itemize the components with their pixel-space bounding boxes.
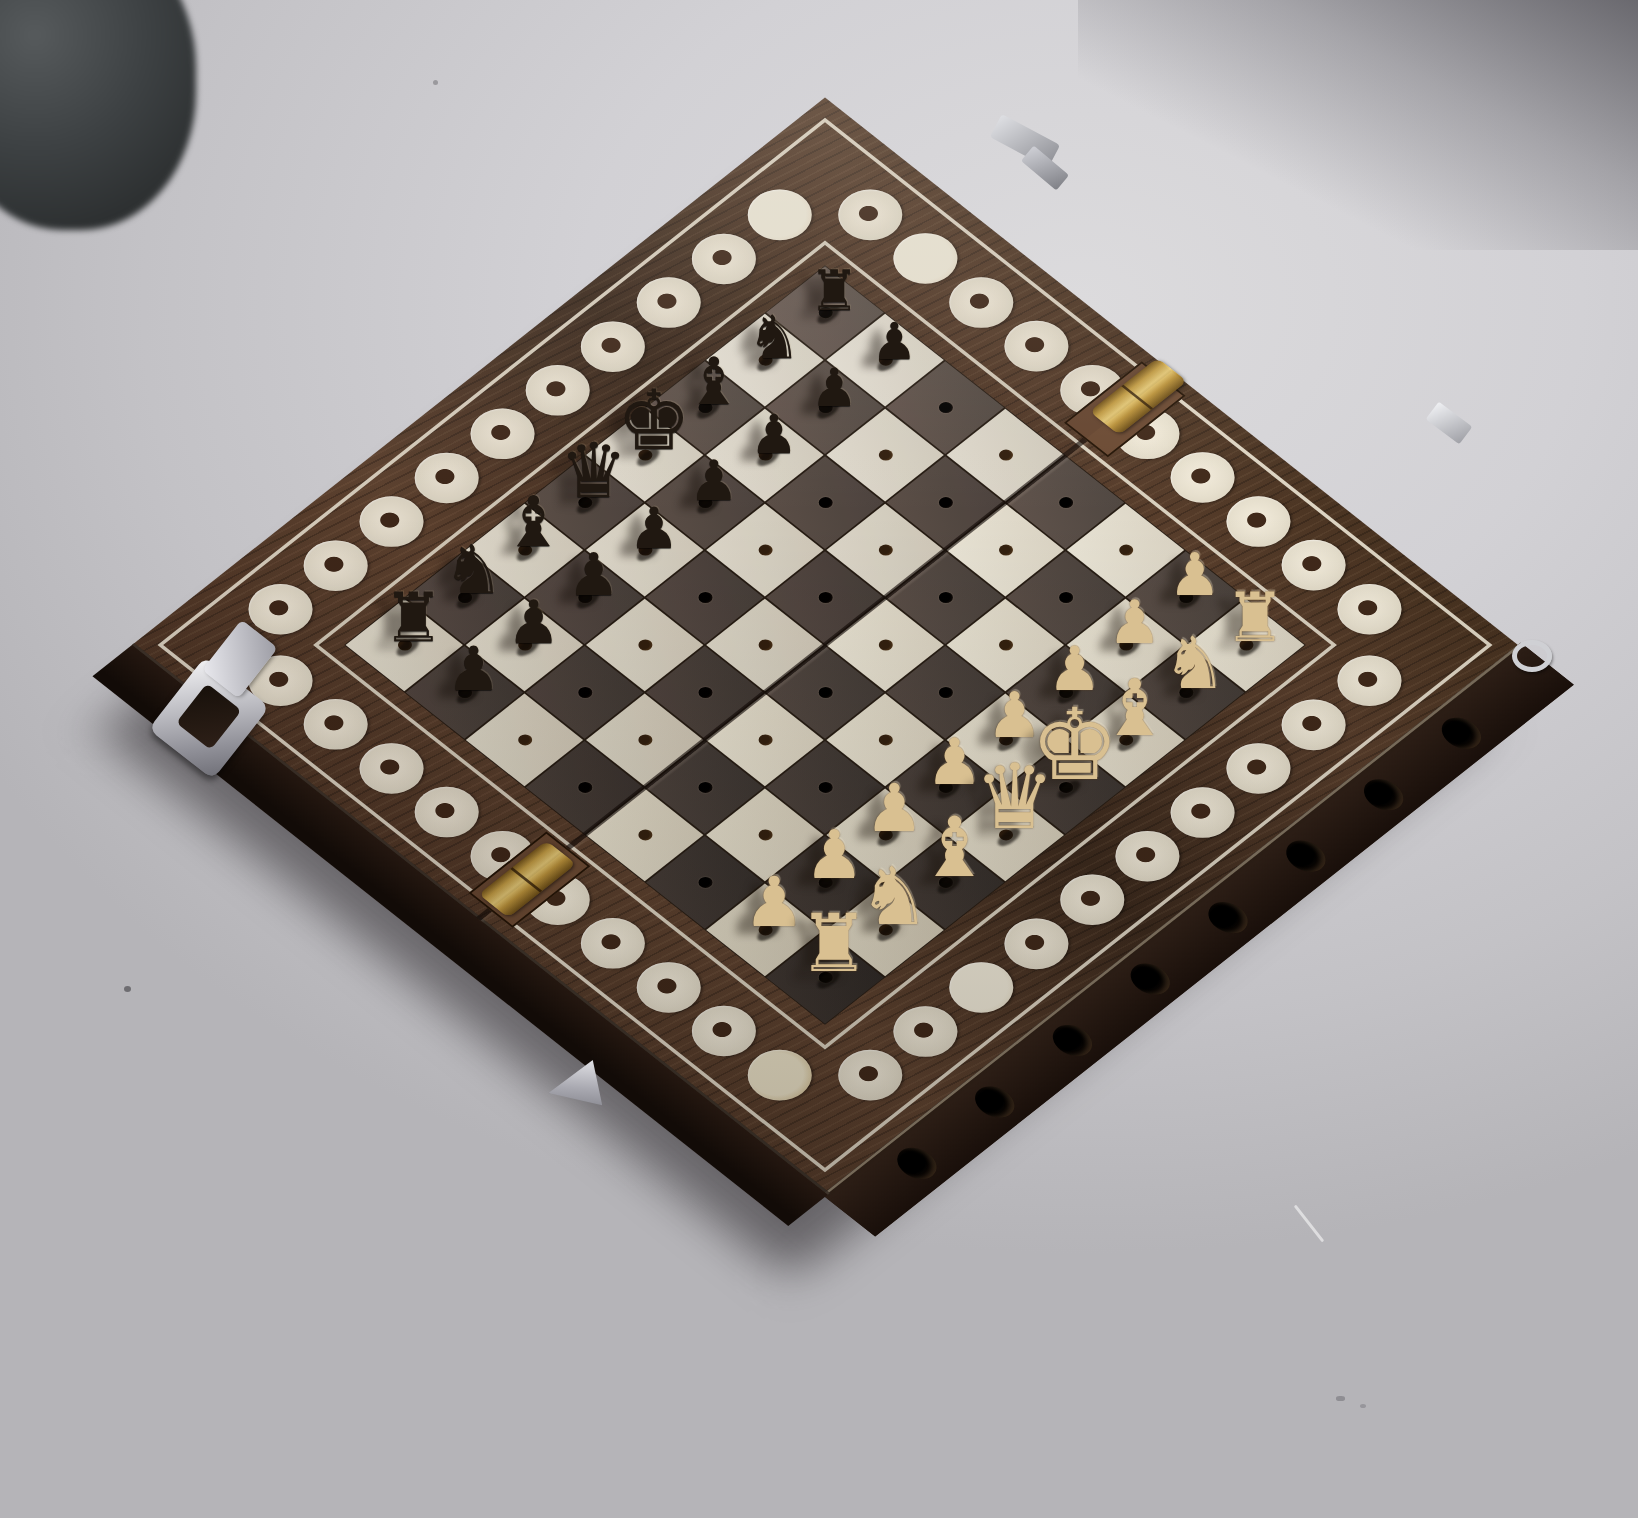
peg-hole — [995, 542, 1015, 558]
photo-scene: ♜♞♝♛♚♝♞♜♟♟♟♟♟♟♟♟♟♟♟♟♟♟♟♟♜♞♝♛♚♝♞♜ — [0, 0, 1638, 1518]
chessboard-box: ♜♞♝♛♚♝♞♜♟♟♟♟♟♟♟♟♟♟♟♟♟♟♟♟♜♞♝♛♚♝♞♜ — [132, 98, 1518, 1193]
table-speck — [1336, 1396, 1345, 1401]
side-storage-hole — [1356, 773, 1411, 817]
table-scratch — [1294, 1204, 1325, 1242]
side-storage-hole — [1278, 834, 1333, 878]
table-speck — [1360, 1404, 1366, 1408]
peg-hole — [755, 732, 775, 748]
peg-hole — [815, 685, 835, 701]
side-storage-hole — [1045, 1019, 1100, 1063]
metal-tab-right — [1426, 402, 1473, 445]
piece-black-pawn-a7: ♟ — [398, 638, 548, 699]
side-storage-hole — [1123, 957, 1178, 1001]
peg-hole — [695, 780, 715, 796]
side-storage-hole — [967, 1080, 1022, 1124]
peg-hole — [1056, 495, 1076, 511]
piece-white-rook-a1: ♜ — [758, 904, 908, 984]
side-storage-hole — [1200, 896, 1255, 940]
hook-right-corner — [1512, 640, 1552, 672]
peg-hole — [875, 637, 895, 653]
peg-hole — [935, 590, 955, 606]
side-storage-hole — [1434, 711, 1489, 755]
background-shadow-wedge — [1078, 0, 1638, 250]
background-object — [0, 0, 196, 230]
side-storage-hole — [889, 1142, 944, 1186]
peg-hole — [635, 827, 655, 843]
table-speck — [433, 80, 438, 85]
table-speck — [124, 986, 131, 992]
